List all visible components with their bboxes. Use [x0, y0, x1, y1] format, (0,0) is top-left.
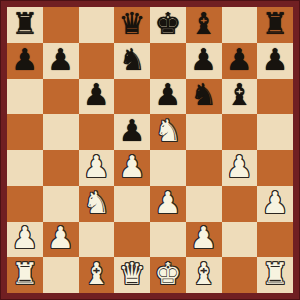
square-c8[interactable]	[79, 7, 115, 43]
square-g4[interactable]: ♟	[222, 150, 258, 186]
piece-white-queen: ♛	[119, 259, 146, 289]
square-h2[interactable]	[257, 222, 293, 258]
square-f5[interactable]	[186, 114, 222, 150]
square-d2[interactable]	[114, 222, 150, 258]
square-a5[interactable]	[7, 114, 43, 150]
piece-white-pawn: ♟	[262, 188, 289, 218]
piece-black-pawn: ♟	[154, 80, 181, 110]
square-f2[interactable]: ♟	[186, 222, 222, 258]
piece-black-pawn: ♟	[11, 45, 38, 75]
square-b6[interactable]	[43, 79, 79, 115]
piece-black-pawn: ♟	[226, 45, 253, 75]
piece-black-pawn: ♟	[83, 80, 110, 110]
piece-black-pawn: ♟	[190, 45, 217, 75]
piece-white-pawn: ♟	[83, 152, 110, 182]
square-a2[interactable]: ♟	[7, 222, 43, 258]
square-b4[interactable]	[43, 150, 79, 186]
square-c3[interactable]: ♞	[79, 186, 115, 222]
piece-white-pawn: ♟	[119, 152, 146, 182]
square-c1[interactable]: ♝	[79, 257, 115, 293]
chess-board-frame: ♜♛♚♝♜♟♟♞♟♟♟♟♟♞♝♟♞♟♟♟♞♟♟♟♟♟♜♝♛♚♝♜	[0, 0, 300, 300]
square-d8[interactable]: ♛	[114, 7, 150, 43]
square-a7[interactable]: ♟	[7, 43, 43, 79]
square-d4[interactable]: ♟	[114, 150, 150, 186]
piece-white-pawn: ♟	[11, 223, 38, 253]
square-g8[interactable]	[222, 7, 258, 43]
piece-black-bishop: ♝	[190, 9, 217, 39]
square-e6[interactable]: ♟	[150, 79, 186, 115]
square-d5[interactable]: ♟	[114, 114, 150, 150]
square-e4[interactable]	[150, 150, 186, 186]
square-g5[interactable]	[222, 114, 258, 150]
square-g7[interactable]: ♟	[222, 43, 258, 79]
piece-white-rook: ♜	[11, 259, 38, 289]
piece-white-pawn: ♟	[190, 223, 217, 253]
square-f3[interactable]	[186, 186, 222, 222]
square-e3[interactable]: ♟	[150, 186, 186, 222]
square-b1[interactable]	[43, 257, 79, 293]
square-a3[interactable]	[7, 186, 43, 222]
square-h5[interactable]	[257, 114, 293, 150]
piece-black-knight: ♞	[190, 80, 217, 110]
square-c2[interactable]	[79, 222, 115, 258]
square-c5[interactable]	[79, 114, 115, 150]
square-d6[interactable]	[114, 79, 150, 115]
piece-black-rook: ♜	[11, 9, 38, 39]
square-g3[interactable]	[222, 186, 258, 222]
square-h3[interactable]: ♟	[257, 186, 293, 222]
piece-white-bishop: ♝	[190, 259, 217, 289]
piece-black-knight: ♞	[119, 45, 146, 75]
square-h6[interactable]	[257, 79, 293, 115]
square-e5[interactable]: ♞	[150, 114, 186, 150]
piece-white-knight: ♞	[154, 116, 181, 146]
piece-black-pawn: ♟	[262, 45, 289, 75]
square-d3[interactable]	[114, 186, 150, 222]
square-b7[interactable]: ♟	[43, 43, 79, 79]
piece-white-pawn: ♟	[47, 223, 74, 253]
square-d7[interactable]: ♞	[114, 43, 150, 79]
square-a6[interactable]	[7, 79, 43, 115]
square-g1[interactable]	[222, 257, 258, 293]
square-a8[interactable]: ♜	[7, 7, 43, 43]
piece-black-rook: ♜	[262, 9, 289, 39]
square-f4[interactable]	[186, 150, 222, 186]
square-a4[interactable]	[7, 150, 43, 186]
piece-white-bishop: ♝	[83, 259, 110, 289]
square-h7[interactable]: ♟	[257, 43, 293, 79]
square-a1[interactable]: ♜	[7, 257, 43, 293]
piece-black-pawn: ♟	[119, 116, 146, 146]
piece-black-bishop: ♝	[226, 80, 253, 110]
square-f6[interactable]: ♞	[186, 79, 222, 115]
square-d1[interactable]: ♛	[114, 257, 150, 293]
square-g6[interactable]: ♝	[222, 79, 258, 115]
square-e7[interactable]	[150, 43, 186, 79]
piece-black-pawn: ♟	[47, 45, 74, 75]
square-b5[interactable]	[43, 114, 79, 150]
square-c7[interactable]	[79, 43, 115, 79]
square-b8[interactable]	[43, 7, 79, 43]
piece-white-king: ♚	[154, 259, 181, 289]
piece-white-rook: ♜	[262, 259, 289, 289]
square-f1[interactable]: ♝	[186, 257, 222, 293]
piece-black-king: ♚	[154, 9, 181, 39]
piece-black-queen: ♛	[119, 9, 146, 39]
square-h1[interactable]: ♜	[257, 257, 293, 293]
square-h4[interactable]	[257, 150, 293, 186]
square-c4[interactable]: ♟	[79, 150, 115, 186]
square-h8[interactable]: ♜	[257, 7, 293, 43]
square-b3[interactable]	[43, 186, 79, 222]
square-f7[interactable]: ♟	[186, 43, 222, 79]
piece-white-pawn: ♟	[154, 188, 181, 218]
square-f8[interactable]: ♝	[186, 7, 222, 43]
piece-white-pawn: ♟	[226, 152, 253, 182]
chess-board: ♜♛♚♝♜♟♟♞♟♟♟♟♟♞♝♟♞♟♟♟♞♟♟♟♟♟♜♝♛♚♝♜	[7, 7, 293, 293]
piece-white-knight: ♞	[83, 188, 110, 218]
square-g2[interactable]	[222, 222, 258, 258]
square-e1[interactable]: ♚	[150, 257, 186, 293]
square-e2[interactable]	[150, 222, 186, 258]
square-e8[interactable]: ♚	[150, 7, 186, 43]
square-c6[interactable]: ♟	[79, 79, 115, 115]
square-b2[interactable]: ♟	[43, 222, 79, 258]
